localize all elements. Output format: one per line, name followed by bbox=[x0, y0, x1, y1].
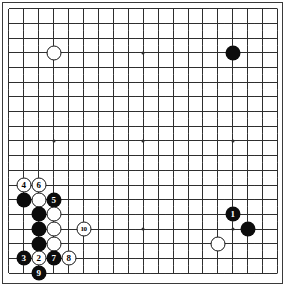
intersection-H13 bbox=[106, 90, 121, 105]
intersection-K6 bbox=[136, 192, 151, 207]
intersection-E3 bbox=[61, 236, 76, 251]
intersection-D6: 5 bbox=[46, 192, 61, 207]
intersection-K10 bbox=[136, 134, 151, 149]
move-1-stone-black-Q5: 1 bbox=[225, 207, 240, 222]
intersection-K3 bbox=[136, 236, 151, 251]
intersection-L4 bbox=[151, 222, 166, 237]
intersection-B19 bbox=[16, 2, 31, 17]
intersection-K13 bbox=[136, 90, 151, 105]
intersection-A15 bbox=[2, 60, 17, 75]
intersection-P13 bbox=[210, 90, 225, 105]
intersection-G4 bbox=[91, 222, 106, 237]
intersection-G3 bbox=[91, 236, 106, 251]
intersection-B10 bbox=[16, 134, 31, 149]
intersection-B14 bbox=[16, 75, 31, 90]
intersection-P11 bbox=[210, 119, 225, 134]
intersection-N17 bbox=[181, 31, 196, 46]
intersection-H15 bbox=[106, 60, 121, 75]
intersection-E2: 8 bbox=[61, 251, 76, 266]
intersection-A16 bbox=[2, 46, 17, 61]
intersection-E18 bbox=[61, 16, 76, 31]
intersection-T12 bbox=[270, 104, 285, 119]
intersection-K4 bbox=[136, 222, 151, 237]
intersection-T19 bbox=[270, 2, 285, 17]
intersection-C18 bbox=[31, 16, 46, 31]
intersection-C7: 6 bbox=[31, 178, 46, 193]
intersection-M12 bbox=[166, 104, 181, 119]
intersection-K11 bbox=[136, 119, 151, 134]
intersection-H19 bbox=[106, 2, 121, 17]
intersection-Q6 bbox=[225, 192, 240, 207]
intersection-J4 bbox=[121, 222, 136, 237]
intersection-F18 bbox=[76, 16, 91, 31]
intersection-R15 bbox=[240, 60, 255, 75]
intersection-C2: 2 bbox=[31, 251, 46, 266]
intersection-Q15 bbox=[225, 60, 240, 75]
intersection-O8 bbox=[195, 163, 210, 178]
intersection-J5 bbox=[121, 207, 136, 222]
intersection-F5 bbox=[76, 207, 91, 222]
intersection-K15 bbox=[136, 60, 151, 75]
intersection-F16 bbox=[76, 46, 91, 61]
intersection-S19 bbox=[255, 2, 270, 17]
go-diagram-page: 46511032789 bbox=[0, 0, 285, 286]
hoshi-K16 bbox=[142, 51, 145, 54]
intersection-A10 bbox=[2, 134, 17, 149]
intersection-A14 bbox=[2, 75, 17, 90]
intersection-M2 bbox=[166, 251, 181, 266]
intersection-P7 bbox=[210, 178, 225, 193]
intersection-M8 bbox=[166, 163, 181, 178]
intersection-Q12 bbox=[225, 104, 240, 119]
intersection-G10 bbox=[91, 134, 106, 149]
intersection-N1 bbox=[181, 266, 196, 281]
intersection-H18 bbox=[106, 16, 121, 31]
hoshi-Q10 bbox=[231, 139, 234, 142]
intersection-H4 bbox=[106, 222, 121, 237]
intersection-B8 bbox=[16, 163, 31, 178]
intersection-G12 bbox=[91, 104, 106, 119]
intersection-A8 bbox=[2, 163, 17, 178]
intersection-H12 bbox=[106, 104, 121, 119]
intersection-G13 bbox=[91, 90, 106, 105]
intersection-G1 bbox=[91, 266, 106, 281]
stone-white-D3 bbox=[46, 236, 61, 251]
intersection-B18 bbox=[16, 16, 31, 31]
intersection-S1 bbox=[255, 266, 270, 281]
intersection-D5 bbox=[46, 207, 61, 222]
intersection-S16 bbox=[255, 46, 270, 61]
intersection-T5 bbox=[270, 207, 285, 222]
intersection-Q11 bbox=[225, 119, 240, 134]
intersection-C4 bbox=[31, 222, 46, 237]
intersection-M3 bbox=[166, 236, 181, 251]
intersection-P1 bbox=[210, 266, 225, 281]
intersection-C6 bbox=[31, 192, 46, 207]
intersection-F19 bbox=[76, 2, 91, 17]
intersection-K14 bbox=[136, 75, 151, 90]
intersection-L17 bbox=[151, 31, 166, 46]
intersection-B6 bbox=[16, 192, 31, 207]
intersection-S6 bbox=[255, 192, 270, 207]
intersection-B1 bbox=[16, 266, 31, 281]
intersection-T4 bbox=[270, 222, 285, 237]
hoshi-Q4 bbox=[231, 228, 234, 231]
intersection-C1: 9 bbox=[31, 266, 46, 281]
stone-white-D4 bbox=[46, 222, 61, 237]
intersection-K17 bbox=[136, 31, 151, 46]
intersection-B12 bbox=[16, 104, 31, 119]
intersection-F8 bbox=[76, 163, 91, 178]
intersection-P8 bbox=[210, 163, 225, 178]
intersection-F3 bbox=[76, 236, 91, 251]
intersection-C12 bbox=[31, 104, 46, 119]
intersection-B7: 4 bbox=[16, 178, 31, 193]
intersection-N4 bbox=[181, 222, 196, 237]
intersection-C5 bbox=[31, 207, 46, 222]
intersection-D13 bbox=[46, 90, 61, 105]
intersection-A18 bbox=[2, 16, 17, 31]
intersection-S2 bbox=[255, 251, 270, 266]
intersection-T7 bbox=[270, 178, 285, 193]
intersection-C16 bbox=[31, 46, 46, 61]
intersection-N7 bbox=[181, 178, 196, 193]
intersection-M5 bbox=[166, 207, 181, 222]
intersection-C10 bbox=[31, 134, 46, 149]
intersection-A5 bbox=[2, 207, 17, 222]
intersection-P12 bbox=[210, 104, 225, 119]
intersection-T15 bbox=[270, 60, 285, 75]
intersection-R3 bbox=[240, 236, 255, 251]
intersection-A9 bbox=[2, 148, 17, 163]
intersection-E16 bbox=[61, 46, 76, 61]
intersection-S7 bbox=[255, 178, 270, 193]
intersection-L2 bbox=[151, 251, 166, 266]
intersection-P15 bbox=[210, 60, 225, 75]
intersection-M16 bbox=[166, 46, 181, 61]
intersection-M9 bbox=[166, 148, 181, 163]
intersection-N12 bbox=[181, 104, 196, 119]
intersection-S3 bbox=[255, 236, 270, 251]
intersection-M17 bbox=[166, 31, 181, 46]
intersection-C14 bbox=[31, 75, 46, 90]
intersection-J1 bbox=[121, 266, 136, 281]
intersection-O14 bbox=[195, 75, 210, 90]
intersection-A4 bbox=[2, 222, 17, 237]
intersection-S18 bbox=[255, 16, 270, 31]
intersection-J2 bbox=[121, 251, 136, 266]
intersection-D7 bbox=[46, 178, 61, 193]
hoshi-K10 bbox=[142, 139, 145, 142]
intersection-A1 bbox=[2, 266, 17, 281]
intersection-R11 bbox=[240, 119, 255, 134]
intersection-T16 bbox=[270, 46, 285, 61]
intersection-H3 bbox=[106, 236, 121, 251]
intersection-R10 bbox=[240, 134, 255, 149]
intersection-M15 bbox=[166, 60, 181, 75]
intersection-R2 bbox=[240, 251, 255, 266]
intersection-L6 bbox=[151, 192, 166, 207]
intersection-O17 bbox=[195, 31, 210, 46]
intersection-N18 bbox=[181, 16, 196, 31]
intersection-B13 bbox=[16, 90, 31, 105]
intersection-F1 bbox=[76, 266, 91, 281]
intersection-C3 bbox=[31, 236, 46, 251]
intersection-K5 bbox=[136, 207, 151, 222]
intersection-G2 bbox=[91, 251, 106, 266]
intersection-Q19 bbox=[225, 2, 240, 17]
intersection-N5 bbox=[181, 207, 196, 222]
intersection-Q5: 1 bbox=[225, 207, 240, 222]
intersection-F17 bbox=[76, 31, 91, 46]
intersection-A6 bbox=[2, 192, 17, 207]
intersection-M4 bbox=[166, 222, 181, 237]
move-6-stone-white-C7: 6 bbox=[31, 178, 46, 193]
intersection-L5 bbox=[151, 207, 166, 222]
intersection-Q7 bbox=[225, 178, 240, 193]
move-8-stone-white-E2: 8 bbox=[61, 251, 76, 266]
intersection-O4 bbox=[195, 222, 210, 237]
intersection-O1 bbox=[195, 266, 210, 281]
intersection-S15 bbox=[255, 60, 270, 75]
intersection-P14 bbox=[210, 75, 225, 90]
intersection-E17 bbox=[61, 31, 76, 46]
intersection-Q4 bbox=[225, 222, 240, 237]
intersection-R8 bbox=[240, 163, 255, 178]
intersection-O9 bbox=[195, 148, 210, 163]
intersection-N14 bbox=[181, 75, 196, 90]
intersection-R1 bbox=[240, 266, 255, 281]
intersection-S5 bbox=[255, 207, 270, 222]
stone-black-C3 bbox=[31, 236, 46, 251]
intersection-N6 bbox=[181, 192, 196, 207]
intersection-F4: 10 bbox=[76, 222, 91, 237]
intersection-E14 bbox=[61, 75, 76, 90]
intersection-S4 bbox=[255, 222, 270, 237]
intersection-A11 bbox=[2, 119, 17, 134]
move-4-stone-white-B7: 4 bbox=[16, 178, 31, 193]
intersection-T2 bbox=[270, 251, 285, 266]
intersection-S14 bbox=[255, 75, 270, 90]
intersection-F9 bbox=[76, 148, 91, 163]
stone-white-C6 bbox=[31, 192, 46, 207]
intersection-E9 bbox=[61, 148, 76, 163]
intersection-D14 bbox=[46, 75, 61, 90]
intersection-T18 bbox=[270, 16, 285, 31]
intersection-L10 bbox=[151, 134, 166, 149]
intersection-A3 bbox=[2, 236, 17, 251]
intersection-O19 bbox=[195, 2, 210, 17]
intersection-G17 bbox=[91, 31, 106, 46]
intersection-B3 bbox=[16, 236, 31, 251]
intersection-T11 bbox=[270, 119, 285, 134]
intersection-J6 bbox=[121, 192, 136, 207]
intersection-D15 bbox=[46, 60, 61, 75]
intersection-H8 bbox=[106, 163, 121, 178]
intersection-E19 bbox=[61, 2, 76, 17]
intersection-C11 bbox=[31, 119, 46, 134]
intersection-O2 bbox=[195, 251, 210, 266]
intersection-O13 bbox=[195, 90, 210, 105]
intersection-T10 bbox=[270, 134, 285, 149]
intersection-A17 bbox=[2, 31, 17, 46]
intersection-G5 bbox=[91, 207, 106, 222]
intersection-A12 bbox=[2, 104, 17, 119]
intersection-G6 bbox=[91, 192, 106, 207]
intersection-M11 bbox=[166, 119, 181, 134]
intersection-R17 bbox=[240, 31, 255, 46]
intersection-H6 bbox=[106, 192, 121, 207]
intersection-L7 bbox=[151, 178, 166, 193]
intersection-K7 bbox=[136, 178, 151, 193]
intersection-J14 bbox=[121, 75, 136, 90]
intersection-M10 bbox=[166, 134, 181, 149]
intersection-M14 bbox=[166, 75, 181, 90]
intersection-T17 bbox=[270, 31, 285, 46]
intersection-B4 bbox=[16, 222, 31, 237]
intersection-G7 bbox=[91, 178, 106, 193]
intersection-D11 bbox=[46, 119, 61, 134]
intersection-F2 bbox=[76, 251, 91, 266]
intersection-N8 bbox=[181, 163, 196, 178]
intersection-Q9 bbox=[225, 148, 240, 163]
intersection-R4 bbox=[240, 222, 255, 237]
move-9-stone-black-C1: 9 bbox=[31, 266, 46, 281]
stone-black-C4 bbox=[31, 222, 46, 237]
intersection-D12 bbox=[46, 104, 61, 119]
intersection-G14 bbox=[91, 75, 106, 90]
intersection-D9 bbox=[46, 148, 61, 163]
stone-black-C5 bbox=[31, 207, 46, 222]
intersection-J3 bbox=[121, 236, 136, 251]
intersection-N11 bbox=[181, 119, 196, 134]
intersection-D2: 7 bbox=[46, 251, 61, 266]
intersection-N9 bbox=[181, 148, 196, 163]
intersection-E15 bbox=[61, 60, 76, 75]
intersection-D10 bbox=[46, 134, 61, 149]
move-2-stone-white-C2: 2 bbox=[31, 251, 46, 266]
intersection-P6 bbox=[210, 192, 225, 207]
intersection-J19 bbox=[121, 2, 136, 17]
intersection-E4 bbox=[61, 222, 76, 237]
intersection-P9 bbox=[210, 148, 225, 163]
intersection-P18 bbox=[210, 16, 225, 31]
intersection-K19 bbox=[136, 2, 151, 17]
intersection-R5 bbox=[240, 207, 255, 222]
move-10-stone-white-F4: 10 bbox=[76, 222, 91, 237]
intersection-G19 bbox=[91, 2, 106, 17]
intersection-O5 bbox=[195, 207, 210, 222]
intersection-O7 bbox=[195, 178, 210, 193]
intersection-F12 bbox=[76, 104, 91, 119]
intersection-L16 bbox=[151, 46, 166, 61]
intersection-P16 bbox=[210, 46, 225, 61]
intersection-N13 bbox=[181, 90, 196, 105]
intersection-B17 bbox=[16, 31, 31, 46]
intersection-J7 bbox=[121, 178, 136, 193]
intersection-E5 bbox=[61, 207, 76, 222]
stone-white-D16 bbox=[46, 45, 61, 60]
intersection-E11 bbox=[61, 119, 76, 134]
intersection-R12 bbox=[240, 104, 255, 119]
intersection-E12 bbox=[61, 104, 76, 119]
intersection-H9 bbox=[106, 148, 121, 163]
intersection-O3 bbox=[195, 236, 210, 251]
intersection-T14 bbox=[270, 75, 285, 90]
intersection-J11 bbox=[121, 119, 136, 134]
intersection-Q3 bbox=[225, 236, 240, 251]
intersection-Q1 bbox=[225, 266, 240, 281]
go-board: 46511032789 bbox=[2, 2, 286, 281]
intersection-B2: 3 bbox=[16, 251, 31, 266]
intersection-T8 bbox=[270, 163, 285, 178]
intersection-Q17 bbox=[225, 31, 240, 46]
intersection-E8 bbox=[61, 163, 76, 178]
intersection-G8 bbox=[91, 163, 106, 178]
intersection-F11 bbox=[76, 119, 91, 134]
intersection-B11 bbox=[16, 119, 31, 134]
intersection-K1 bbox=[136, 266, 151, 281]
intersection-J16 bbox=[121, 46, 136, 61]
intersection-S8 bbox=[255, 163, 270, 178]
intersection-L1 bbox=[151, 266, 166, 281]
intersection-M6 bbox=[166, 192, 181, 207]
stone-white-P3 bbox=[210, 236, 225, 251]
intersection-O15 bbox=[195, 60, 210, 75]
intersection-P3 bbox=[210, 236, 225, 251]
intersection-G16 bbox=[91, 46, 106, 61]
intersection-K2 bbox=[136, 251, 151, 266]
intersection-J13 bbox=[121, 90, 136, 105]
intersection-O16 bbox=[195, 46, 210, 61]
intersection-P19 bbox=[210, 2, 225, 17]
intersection-D3 bbox=[46, 236, 61, 251]
stone-black-B6 bbox=[16, 192, 31, 207]
intersection-L13 bbox=[151, 90, 166, 105]
intersection-M1 bbox=[166, 266, 181, 281]
intersection-N15 bbox=[181, 60, 196, 75]
intersection-C15 bbox=[31, 60, 46, 75]
intersection-J9 bbox=[121, 148, 136, 163]
intersection-L11 bbox=[151, 119, 166, 134]
intersection-J10 bbox=[121, 134, 136, 149]
intersection-P17 bbox=[210, 31, 225, 46]
intersection-H7 bbox=[106, 178, 121, 193]
intersection-C13 bbox=[31, 90, 46, 105]
intersection-H16 bbox=[106, 46, 121, 61]
intersection-K9 bbox=[136, 148, 151, 163]
intersection-L14 bbox=[151, 75, 166, 90]
intersection-C17 bbox=[31, 31, 46, 46]
stone-black-R4 bbox=[240, 222, 255, 237]
intersection-J15 bbox=[121, 60, 136, 75]
intersection-Q16 bbox=[225, 46, 240, 61]
intersection-K16 bbox=[136, 46, 151, 61]
intersection-R19 bbox=[240, 2, 255, 17]
intersection-O6 bbox=[195, 192, 210, 207]
intersection-B15 bbox=[16, 60, 31, 75]
intersection-S12 bbox=[255, 104, 270, 119]
intersection-Q10 bbox=[225, 134, 240, 149]
intersection-L3 bbox=[151, 236, 166, 251]
intersection-F13 bbox=[76, 90, 91, 105]
intersection-M13 bbox=[166, 90, 181, 105]
intersection-K8 bbox=[136, 163, 151, 178]
intersection-D19 bbox=[46, 2, 61, 17]
intersection-Q2 bbox=[225, 251, 240, 266]
intersection-J17 bbox=[121, 31, 136, 46]
intersection-O18 bbox=[195, 16, 210, 31]
